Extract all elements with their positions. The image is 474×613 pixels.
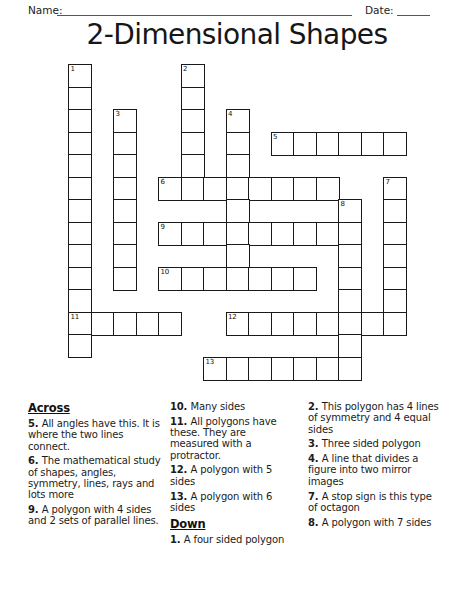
clue-number-label: 10.	[170, 401, 191, 412]
clue-number-label: 7.	[308, 491, 322, 502]
grid-cell[interactable]	[68, 267, 92, 291]
clue-number-label: 2.	[308, 401, 322, 412]
clue-number-label: 3.	[308, 438, 322, 449]
clue-number-label: 13.	[170, 491, 191, 502]
date-label: Date:	[365, 4, 394, 16]
clue-column-3: 2. This polygon has 4 lines of symmetry …	[308, 401, 440, 531]
grid-cell[interactable]	[248, 357, 272, 381]
grid-cell[interactable]	[226, 177, 250, 201]
clue-number: 11	[71, 313, 79, 321]
grid-cell[interactable]	[113, 199, 137, 223]
grid-cell[interactable]	[271, 312, 295, 336]
grid-cell[interactable]	[226, 199, 250, 223]
clue-number: 7	[386, 178, 390, 186]
grid-cell[interactable]	[338, 244, 362, 268]
clue-number: 12	[228, 313, 236, 321]
clue-11: 11. All polygons have these. They are me…	[170, 416, 292, 461]
puzzle-title: 2-Dimensional Shapes	[0, 18, 474, 51]
grid-cell[interactable]	[68, 222, 92, 246]
grid-cell[interactable]	[361, 312, 385, 336]
clue-13: 13. A polygon with 6 sides	[170, 491, 292, 514]
grid-cell[interactable]	[136, 312, 160, 336]
grid-cell[interactable]	[113, 312, 137, 336]
grid-cell[interactable]: 8	[338, 199, 362, 223]
grid-cell[interactable]	[271, 357, 295, 381]
grid-cell[interactable]	[181, 177, 205, 201]
grid-cell[interactable]	[68, 244, 92, 268]
grid-cell[interactable]	[361, 132, 385, 156]
clue-4: 4. A line that divides a figure into two…	[308, 453, 440, 487]
grid-cell[interactable]	[226, 222, 250, 246]
grid-cell[interactable]	[158, 312, 182, 336]
clue-2: 2. This polygon has 4 lines of symmetry …	[308, 401, 440, 435]
clue-5: 5. All angles have this. It is where the…	[28, 418, 162, 452]
grid-cell[interactable]: 11	[68, 312, 92, 336]
worksheet-page: Name: Date: 2-Dimensional Shapes 1234567…	[0, 0, 474, 613]
grid-cell[interactable]: 5	[271, 132, 295, 156]
grid-cell[interactable]	[113, 244, 137, 268]
grid-cell[interactable]	[316, 312, 340, 336]
clue-number-label: 8.	[308, 517, 322, 528]
grid-cell[interactable]	[383, 244, 407, 268]
clue-column-1: Across5. All angles have this. It is whe…	[28, 401, 162, 530]
grid-cell[interactable]: 10	[158, 267, 182, 291]
grid-cell[interactable]	[316, 177, 340, 201]
grid-cell[interactable]	[338, 222, 362, 246]
clue-6: 6. The mathematical study of shapes, ang…	[28, 455, 162, 500]
grid-cell[interactable]	[181, 267, 205, 291]
grid-cell[interactable]: 3	[113, 109, 137, 133]
clue-7: 7. A stop sign is this type of octagon	[308, 491, 440, 514]
name-blank-line[interactable]	[57, 4, 352, 16]
clue-number-label: 4.	[308, 453, 322, 464]
clue-12: 12. A polygon with 5 sides	[170, 464, 292, 487]
grid-cell[interactable]	[316, 132, 340, 156]
grid-cell[interactable]	[226, 154, 250, 178]
grid-cell[interactable]	[271, 267, 295, 291]
grid-cell[interactable]	[293, 222, 317, 246]
grid-cell[interactable]: 13	[203, 357, 227, 381]
grid-cell[interactable]	[68, 177, 92, 201]
grid-cell[interactable]	[338, 334, 362, 358]
grid-cell[interactable]	[248, 312, 272, 336]
grid-cell[interactable]	[181, 154, 205, 178]
clue-number-label: 12.	[170, 464, 191, 475]
grid-cell[interactable]: 9	[158, 222, 182, 246]
grid-cell[interactable]: 1	[68, 64, 92, 88]
grid-cell[interactable]	[113, 267, 137, 291]
grid-cell[interactable]	[203, 177, 227, 201]
grid-cell[interactable]	[113, 132, 137, 156]
clue-number-label: 11.	[170, 416, 191, 427]
grid-cell[interactable]	[181, 222, 205, 246]
clue-number-label: 1.	[170, 534, 184, 545]
grid-cell[interactable]	[248, 267, 272, 291]
grid-cell[interactable]	[68, 334, 92, 358]
grid-cell[interactable]	[68, 109, 92, 133]
grid-cell[interactable]	[383, 222, 407, 246]
grid-cell[interactable]	[338, 357, 362, 381]
grid-cell[interactable]	[271, 222, 295, 246]
grid-cell[interactable]	[383, 267, 407, 291]
grid-cell[interactable]	[316, 357, 340, 381]
grid-cell[interactable]	[68, 132, 92, 156]
clue-3: 3. Three sided polygon	[308, 438, 440, 449]
grid-cell[interactable]	[248, 177, 272, 201]
grid-cell[interactable]	[383, 132, 407, 156]
grid-cell[interactable]: 4	[226, 109, 250, 133]
grid-cell[interactable]	[338, 132, 362, 156]
grid-cell[interactable]	[226, 267, 250, 291]
grid-cell[interactable]	[68, 289, 92, 313]
grid-cell[interactable]	[293, 177, 317, 201]
clue-number-label: 6.	[28, 455, 42, 466]
clue-number: 5	[273, 133, 277, 141]
clue-number: 10	[161, 268, 169, 276]
crossword-grid: 12345678910111213	[68, 64, 408, 381]
clue-number: 6	[161, 178, 165, 186]
grid-cell[interactable]	[68, 154, 92, 178]
grid-cell[interactable]: 7	[383, 177, 407, 201]
grid-cell[interactable]: 2	[181, 64, 205, 88]
grid-cell[interactable]	[113, 154, 137, 178]
grid-cell[interactable]	[383, 312, 407, 336]
grid-cell[interactable]	[203, 222, 227, 246]
grid-cell[interactable]	[68, 87, 92, 111]
down-heading: Down	[170, 517, 292, 531]
grid-cell[interactable]	[181, 109, 205, 133]
grid-cell[interactable]: 6	[158, 177, 182, 201]
clue-number: 13	[206, 358, 214, 366]
grid-cell[interactable]	[181, 132, 205, 156]
clue-8: 8. A polygon with 7 sides	[308, 517, 440, 528]
clue-10: 10. Many sides	[170, 401, 292, 412]
clue-9: 9. A polygon with 4 sides and 2 sets of …	[28, 504, 162, 527]
clue-1: 1. A four sided polygon	[170, 534, 292, 545]
grid-cell[interactable]	[68, 199, 92, 223]
clue-number: 1	[71, 65, 75, 73]
grid-cell[interactable]	[226, 357, 250, 381]
grid-cell[interactable]	[383, 289, 407, 313]
grid-cell[interactable]	[248, 222, 272, 246]
date-blank-line[interactable]	[397, 4, 430, 16]
grid-cell[interactable]	[113, 222, 137, 246]
grid-cell[interactable]	[383, 199, 407, 223]
grid-cell[interactable]	[338, 289, 362, 313]
grid-cell[interactable]	[338, 312, 362, 336]
clue-number-label: 9.	[28, 504, 42, 515]
grid-cell[interactable]	[181, 87, 205, 111]
grid-cell[interactable]	[271, 177, 295, 201]
grid-cell[interactable]	[338, 267, 362, 291]
clue-number: 3	[116, 110, 120, 118]
across-heading: Across	[28, 401, 162, 415]
clue-number: 9	[161, 223, 165, 231]
clue-number-label: 5.	[28, 418, 42, 429]
grid-cell[interactable]	[316, 222, 340, 246]
grid-cell[interactable]	[293, 267, 317, 291]
grid-cell[interactable]	[293, 312, 317, 336]
grid-cell[interactable]	[226, 244, 250, 268]
clue-column-2: 10. Many sides11. All polygons have thes…	[170, 401, 292, 548]
grid-cell[interactable]	[226, 132, 250, 156]
grid-cell[interactable]	[293, 357, 317, 381]
grid-cell[interactable]: 12	[226, 312, 250, 336]
grid-cell[interactable]	[113, 177, 137, 201]
grid-cell[interactable]	[203, 267, 227, 291]
grid-cell[interactable]	[91, 312, 115, 336]
clue-number: 8	[341, 200, 345, 208]
clue-number: 4	[228, 110, 232, 118]
grid-cell[interactable]	[293, 132, 317, 156]
clue-number: 2	[183, 65, 187, 73]
